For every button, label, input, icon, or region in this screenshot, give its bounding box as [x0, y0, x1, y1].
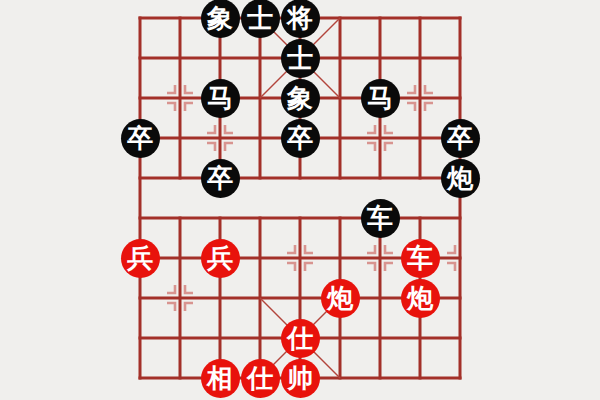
piece-black-chariot[interactable]: 车	[361, 199, 400, 238]
piece-red-cannon[interactable]: 炮	[321, 279, 360, 318]
piece-black-soldier[interactable]: 卒	[201, 159, 240, 198]
piece-black-horse[interactable]: 马	[201, 79, 240, 118]
piece-black-general[interactable]: 将	[281, 0, 320, 38]
piece-black-cannon[interactable]: 炮	[441, 159, 480, 198]
piece-black-soldier[interactable]: 卒	[121, 119, 160, 158]
piece-red-chariot[interactable]: 车	[401, 239, 440, 278]
xiangqi-app-window: 象士将士马象马卒卒卒卒炮车兵兵车炮炮仕相仕帅	[0, 0, 600, 400]
piece-black-soldier[interactable]: 卒	[281, 119, 320, 158]
piece-black-advisor[interactable]: 士	[241, 0, 280, 38]
piece-red-general[interactable]: 帅	[281, 359, 320, 398]
piece-red-cannon[interactable]: 炮	[401, 279, 440, 318]
piece-black-elephant[interactable]: 象	[281, 79, 320, 118]
piece-black-soldier[interactable]: 卒	[441, 119, 480, 158]
piece-red-soldier[interactable]: 兵	[121, 239, 160, 278]
piece-red-advisor[interactable]: 仕	[241, 359, 280, 398]
piece-red-elephant[interactable]: 相	[201, 359, 240, 398]
piece-black-advisor[interactable]: 士	[281, 39, 320, 78]
piece-black-horse[interactable]: 马	[361, 79, 400, 118]
piece-black-elephant[interactable]: 象	[201, 0, 240, 38]
xiangqi-board: 象士将士马象马卒卒卒卒炮车兵兵车炮炮仕相仕帅	[120, 0, 480, 398]
piece-red-soldier[interactable]: 兵	[201, 239, 240, 278]
piece-red-advisor[interactable]: 仕	[281, 319, 320, 358]
